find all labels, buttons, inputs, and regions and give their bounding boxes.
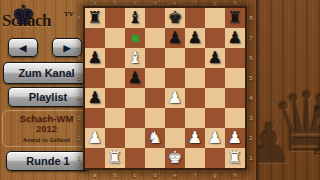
prev-arrow-icon: ◀ — [20, 43, 27, 53]
square-g1[interactable] — [205, 148, 225, 168]
square-e6[interactable] — [165, 48, 185, 68]
rank-label: 3 — [75, 108, 83, 128]
square-g5[interactable] — [205, 68, 225, 88]
square-e8[interactable]: ♚ — [165, 8, 185, 28]
square-a6[interactable]: ♟ — [85, 48, 105, 68]
black-pawn: ♟ — [85, 88, 105, 108]
square-d7[interactable] — [145, 28, 165, 48]
prev-button[interactable]: ◀ — [8, 38, 38, 57]
square-e5[interactable] — [165, 68, 185, 88]
chess-board: ♜♝♚♜♟♟♟♟♝♟♟♟♟♟♞♟♟♟♜♚♜ — [85, 8, 245, 168]
file-labels-bottom: abcdefgh — [85, 171, 245, 179]
square-h6[interactable] — [225, 48, 245, 68]
black-rook: ♜ — [225, 8, 245, 28]
white-pawn: ♟ — [205, 128, 225, 148]
white-rook: ♜ — [225, 148, 245, 168]
file-label: f — [185, 171, 205, 179]
square-f8[interactable] — [185, 8, 205, 28]
black-king: ♚ — [165, 8, 185, 28]
square-d2[interactable]: ♞ — [145, 128, 165, 148]
white-knight: ♞ — [145, 128, 165, 148]
square-c2[interactable] — [125, 128, 145, 148]
next-arrow-icon: ▶ — [64, 43, 71, 53]
file-label: d — [145, 171, 165, 179]
square-f7[interactable]: ♟ — [185, 28, 205, 48]
square-b5[interactable] — [105, 68, 125, 88]
engraved-rook-icon: ♜ — [304, 100, 320, 166]
square-b8[interactable] — [105, 8, 125, 28]
black-pawn: ♟ — [185, 28, 205, 48]
square-d8[interactable] — [145, 8, 165, 28]
square-b3[interactable] — [105, 108, 125, 128]
square-b6[interactable] — [105, 48, 125, 68]
square-e2[interactable] — [165, 128, 185, 148]
rank-label: 2 — [247, 128, 255, 148]
black-pawn: ♟ — [165, 28, 185, 48]
white-rook: ♜ — [105, 148, 125, 168]
rank-label: 4 — [75, 88, 83, 108]
square-c8[interactable]: ♝ — [125, 8, 145, 28]
black-pawn: ♟ — [225, 28, 245, 48]
square-c7[interactable] — [125, 28, 145, 48]
square-g7[interactable] — [205, 28, 225, 48]
square-h8[interactable]: ♜ — [225, 8, 245, 28]
square-g8[interactable] — [205, 8, 225, 28]
square-d5[interactable] — [145, 68, 165, 88]
white-king: ♚ — [165, 148, 185, 168]
square-f6[interactable] — [185, 48, 205, 68]
white-pawn: ♟ — [165, 88, 185, 108]
black-bishop: ♝ — [125, 8, 145, 28]
file-label: b — [105, 171, 125, 179]
rank-labels-right: 87654321 — [247, 8, 255, 168]
white-pawn: ♟ — [85, 128, 105, 148]
logo-chess-piece-icon: ♚ — [11, 0, 35, 32]
black-pawn: ♟ — [205, 48, 225, 68]
rank-label: 4 — [247, 88, 255, 108]
square-c5[interactable]: ♟ — [125, 68, 145, 88]
square-c4[interactable] — [125, 88, 145, 108]
logo-superscript: TV — [64, 10, 74, 18]
square-d4[interactable] — [145, 88, 165, 108]
rank-label: 5 — [75, 68, 83, 88]
square-c3[interactable] — [125, 108, 145, 128]
white-bishop: ♝ — [125, 48, 145, 68]
white-pawn: ♟ — [185, 128, 205, 148]
square-g2[interactable]: ♟ — [205, 128, 225, 148]
square-a3[interactable] — [85, 108, 105, 128]
square-a5[interactable] — [85, 68, 105, 88]
square-b7[interactable] — [105, 28, 125, 48]
square-h2[interactable]: ♟ — [225, 128, 245, 148]
rank-label: 7 — [75, 28, 83, 48]
black-rook: ♜ — [85, 8, 105, 28]
square-g6[interactable]: ♟ — [205, 48, 225, 68]
rank-label: 8 — [247, 8, 255, 28]
square-g3[interactable] — [205, 108, 225, 128]
app-window: Schach TV ♚ ◀ ▶ Zum Kanal Playlist Schac… — [0, 0, 320, 180]
square-e1[interactable]: ♚ — [165, 148, 185, 168]
rank-label: 7 — [247, 28, 255, 48]
square-b2[interactable] — [105, 128, 125, 148]
file-label: e — [165, 171, 185, 179]
square-h5[interactable] — [225, 68, 245, 88]
square-f3[interactable] — [185, 108, 205, 128]
square-h4[interactable] — [225, 88, 245, 108]
rank-label: 1 — [75, 148, 83, 168]
square-d1[interactable] — [145, 148, 165, 168]
square-a1[interactable] — [85, 148, 105, 168]
chess-board-frame: ♜♝♚♜♟♟♟♟♝♟♟♟♟♟♞♟♟♟♜♚♜ — [83, 6, 247, 170]
decorative-side-panel: ♟ ♛ ♜ — [256, 0, 320, 180]
square-e4[interactable]: ♟ — [165, 88, 185, 108]
square-d3[interactable] — [145, 108, 165, 128]
file-label: a — [85, 171, 105, 179]
last-move-highlight — [132, 35, 139, 42]
square-b1[interactable]: ♜ — [105, 148, 125, 168]
file-label: c — [125, 171, 145, 179]
square-a4[interactable]: ♟ — [85, 88, 105, 108]
rank-label: 8 — [75, 8, 83, 28]
square-f4[interactable] — [185, 88, 205, 108]
white-pawn: ♟ — [225, 128, 245, 148]
rank-label: 3 — [247, 108, 255, 128]
square-a7[interactable] — [85, 28, 105, 48]
rank-label: 6 — [247, 48, 255, 68]
square-h7[interactable]: ♟ — [225, 28, 245, 48]
square-c6[interactable]: ♝ — [125, 48, 145, 68]
file-label: h — [225, 171, 245, 179]
black-pawn: ♟ — [85, 48, 105, 68]
rank-label: 2 — [75, 128, 83, 148]
square-f5[interactable] — [185, 68, 205, 88]
square-e7[interactable]: ♟ — [165, 28, 185, 48]
square-a2[interactable]: ♟ — [85, 128, 105, 148]
file-label: g — [205, 171, 225, 179]
square-c1[interactable] — [125, 148, 145, 168]
square-a8[interactable]: ♜ — [85, 8, 105, 28]
square-f2[interactable]: ♟ — [185, 128, 205, 148]
square-h3[interactable] — [225, 108, 245, 128]
square-g4[interactable] — [205, 88, 225, 108]
rank-label: 1 — [247, 148, 255, 168]
rank-label: 5 — [247, 68, 255, 88]
black-pawn: ♟ — [125, 68, 145, 88]
square-b4[interactable] — [105, 88, 125, 108]
square-f1[interactable] — [185, 148, 205, 168]
square-e3[interactable] — [165, 108, 185, 128]
rank-labels-left: 87654321 — [75, 8, 83, 168]
square-h1[interactable]: ♜ — [225, 148, 245, 168]
app-logo: Schach TV ♚ — [0, 0, 84, 37]
square-d6[interactable] — [145, 48, 165, 68]
rank-label: 6 — [75, 48, 83, 68]
